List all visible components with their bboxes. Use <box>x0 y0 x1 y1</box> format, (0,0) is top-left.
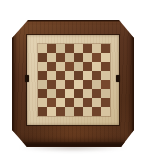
board-square[interactable] <box>38 80 47 89</box>
board-square[interactable] <box>101 89 110 98</box>
board-square[interactable] <box>101 53 110 62</box>
photo-canvas <box>0 0 146 160</box>
board-square[interactable] <box>56 107 65 116</box>
board-square[interactable] <box>101 44 110 53</box>
board-square[interactable] <box>92 89 101 98</box>
board-square[interactable] <box>47 44 56 53</box>
table-top <box>12 20 134 147</box>
board-square[interactable] <box>56 44 65 53</box>
board-square[interactable] <box>65 89 74 98</box>
board-square[interactable] <box>47 80 56 89</box>
board-square[interactable] <box>47 71 56 80</box>
board-square[interactable] <box>74 62 83 71</box>
board-square[interactable] <box>47 62 56 71</box>
board-square[interactable] <box>83 53 92 62</box>
board-square[interactable] <box>38 44 47 53</box>
board-square[interactable] <box>38 107 47 116</box>
board-square[interactable] <box>56 98 65 107</box>
board-square[interactable] <box>92 53 101 62</box>
board-square[interactable] <box>92 62 101 71</box>
board-square[interactable] <box>38 71 47 80</box>
board-square[interactable] <box>83 44 92 53</box>
board-square[interactable] <box>83 80 92 89</box>
board-square[interactable] <box>38 98 47 107</box>
board-square[interactable] <box>38 62 47 71</box>
board-square[interactable] <box>47 89 56 98</box>
board-square[interactable] <box>74 71 83 80</box>
board-square[interactable] <box>65 71 74 80</box>
right-slot-hole <box>116 75 120 82</box>
board-square[interactable] <box>47 107 56 116</box>
board-square[interactable] <box>74 80 83 89</box>
chess-board <box>38 44 110 116</box>
board-square[interactable] <box>65 98 74 107</box>
board-square[interactable] <box>74 98 83 107</box>
board-square[interactable] <box>47 53 56 62</box>
board-square[interactable] <box>38 53 47 62</box>
board-square[interactable] <box>56 89 65 98</box>
board-square[interactable] <box>56 62 65 71</box>
table-edge <box>12 142 134 147</box>
board-square[interactable] <box>83 71 92 80</box>
board-square[interactable] <box>56 71 65 80</box>
board-square[interactable] <box>92 44 101 53</box>
board-square[interactable] <box>101 98 110 107</box>
board-square[interactable] <box>56 53 65 62</box>
board-square[interactable] <box>92 80 101 89</box>
board-square[interactable] <box>83 89 92 98</box>
board-square[interactable] <box>83 107 92 116</box>
board-square[interactable] <box>65 53 74 62</box>
board-square[interactable] <box>83 62 92 71</box>
left-slot-hole <box>25 75 29 82</box>
board-square[interactable] <box>92 107 101 116</box>
board-square[interactable] <box>92 98 101 107</box>
board-square[interactable] <box>101 80 110 89</box>
board-square[interactable] <box>101 107 110 116</box>
board-square[interactable] <box>101 71 110 80</box>
board-square[interactable] <box>83 98 92 107</box>
board-square[interactable] <box>56 80 65 89</box>
board-square[interactable] <box>38 89 47 98</box>
board-inlay-panel <box>27 35 119 125</box>
board-square[interactable] <box>74 44 83 53</box>
board-square[interactable] <box>47 98 56 107</box>
board-square[interactable] <box>74 89 83 98</box>
board-square[interactable] <box>65 62 74 71</box>
board-square[interactable] <box>74 53 83 62</box>
board-square[interactable] <box>74 107 83 116</box>
board-square[interactable] <box>65 80 74 89</box>
board-square[interactable] <box>65 107 74 116</box>
board-square[interactable] <box>92 71 101 80</box>
board-square[interactable] <box>101 62 110 71</box>
board-square[interactable] <box>65 44 74 53</box>
